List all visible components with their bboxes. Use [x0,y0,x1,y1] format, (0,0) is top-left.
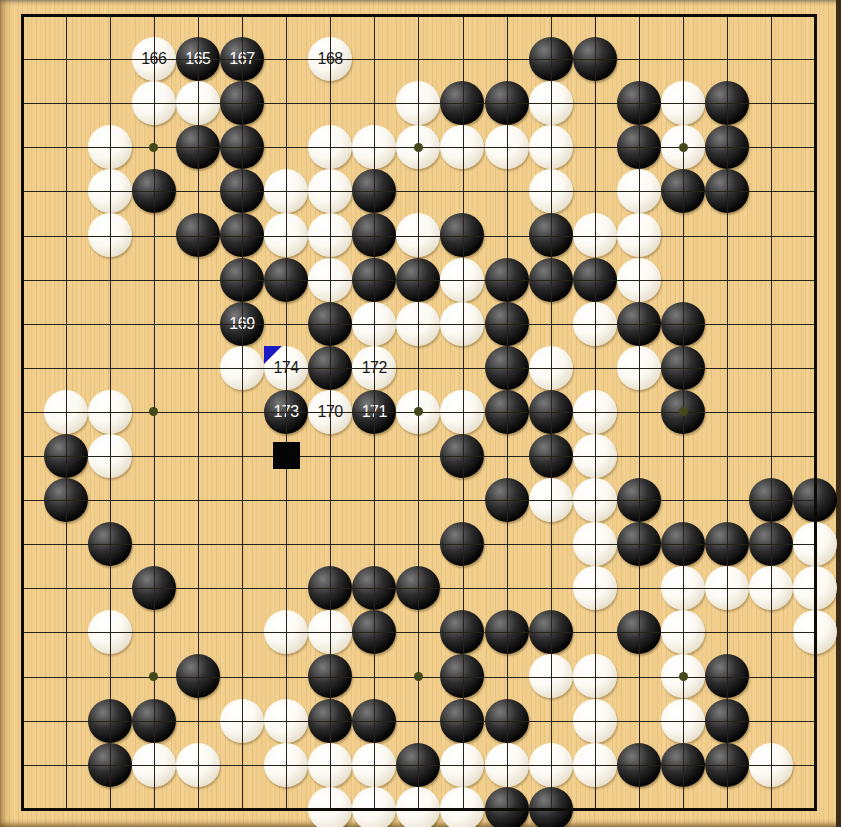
board-border [21,14,24,811]
board-line-vertical [507,15,508,809]
board-line-horizontal [22,588,816,589]
board-line-horizontal [22,721,816,722]
hoshi-point [679,143,688,152]
blue-triangle-marker [264,346,282,364]
board-line-vertical [551,15,552,809]
board-line-vertical [771,15,772,809]
board-border [814,14,817,811]
board-line-horizontal [22,765,816,766]
board-line-horizontal [22,500,816,501]
board-border [21,808,818,811]
go-board-screenshot: 166165167168169174172173170171 [0,0,841,827]
hoshi-point [679,672,688,681]
hoshi-point [414,143,423,152]
marker-cell [264,346,308,390]
board-line-vertical [463,15,464,809]
black-square-marker [273,442,300,469]
board-line-horizontal [22,632,816,633]
marker-cell [264,434,308,478]
board-line-vertical [639,15,640,809]
board-line-vertical [595,15,596,809]
hoshi-point [414,672,423,681]
hoshi-point [679,407,688,416]
board-line-horizontal [22,456,816,457]
board-line-vertical [727,15,728,809]
board-border [21,14,818,17]
board-line-horizontal [22,544,816,545]
